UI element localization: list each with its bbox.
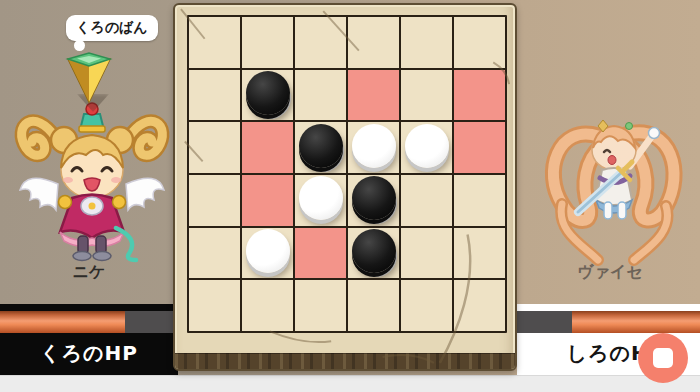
board-cell-r5c2	[242, 228, 293, 279]
board-cell-r3c3	[295, 122, 346, 173]
stop-square-icon	[653, 348, 673, 368]
board-cell-r4c4	[348, 175, 399, 226]
board-cell-r4c6	[454, 175, 505, 226]
board-cell-r4c5	[401, 175, 452, 226]
board-cell-r1c3	[295, 17, 346, 68]
legal-move-cell-r4c2[interactable]	[242, 175, 293, 226]
gold-down-arrow-icon	[64, 50, 114, 108]
turn-bubble: くろのばん	[66, 15, 158, 41]
turn-bubble-text: くろのばん	[76, 19, 148, 35]
black-hp-label: くろのHP	[0, 340, 178, 367]
board-cell-r3c1	[189, 122, 240, 173]
board-cell-r1c1	[189, 17, 240, 68]
board-cell-r1c5	[401, 17, 452, 68]
board-cell-r2c5	[401, 70, 452, 121]
black-disc	[299, 124, 343, 168]
legal-move-cell-r3c6[interactable]	[454, 122, 505, 173]
white-hp-bar	[517, 311, 700, 333]
othello-board	[173, 3, 517, 371]
board-cell-r6c4	[348, 280, 399, 331]
board-cell-r3c4	[348, 122, 399, 173]
board-cell-r2c2	[242, 70, 293, 121]
board-cell-r6c3	[295, 280, 346, 331]
white-hp-fill	[572, 311, 700, 333]
black-hp-panel: くろのHP	[0, 304, 178, 375]
white-disc	[299, 176, 343, 220]
black-player-name: ニケ	[0, 262, 178, 283]
bottom-strip	[0, 375, 700, 392]
black-disc	[352, 229, 396, 273]
board-cell-r5c5	[401, 228, 452, 279]
board-cell-r1c6	[454, 17, 505, 68]
white-player-character	[532, 86, 692, 266]
white-player-name: ヴァイセ	[521, 262, 699, 283]
black-hp-bar	[0, 311, 178, 333]
white-disc	[405, 124, 449, 168]
legal-move-cell-r2c6[interactable]	[454, 70, 505, 121]
stop-button[interactable]	[638, 333, 688, 383]
white-disc	[246, 229, 290, 273]
legal-move-cell-r5c3[interactable]	[295, 228, 346, 279]
game-screen: くろのばん	[0, 0, 700, 392]
board-base-band	[175, 353, 515, 369]
board-cell-r6c2	[242, 280, 293, 331]
board-grid	[187, 15, 507, 333]
board-cell-r2c3	[295, 70, 346, 121]
board-cell-r4c1	[189, 175, 240, 226]
black-player-character	[12, 88, 172, 268]
black-hp-fill	[0, 311, 125, 333]
white-disc	[352, 124, 396, 168]
black-disc	[246, 71, 290, 115]
board-cell-r6c1	[189, 280, 240, 331]
black-disc	[352, 176, 396, 220]
legal-move-cell-r2c4[interactable]	[348, 70, 399, 121]
board-cell-r1c2	[242, 17, 293, 68]
board-cell-r3c5	[401, 122, 452, 173]
board-cell-r1c4	[348, 17, 399, 68]
board-cell-r4c3	[295, 175, 346, 226]
board-cell-r2c1	[189, 70, 240, 121]
board-cell-r5c6	[454, 228, 505, 279]
board-cell-r6c5	[401, 280, 452, 331]
board-cell-r5c1	[189, 228, 240, 279]
board-cell-r5c4	[348, 228, 399, 279]
legal-move-cell-r3c2[interactable]	[242, 122, 293, 173]
board-cell-r6c6	[454, 280, 505, 331]
